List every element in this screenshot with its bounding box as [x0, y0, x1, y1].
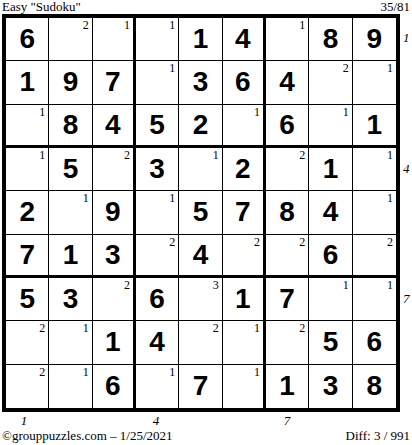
- pencil-mark: 1: [39, 105, 45, 119]
- given-digit: 5: [6, 278, 48, 320]
- given-digit: 1: [309, 148, 351, 190]
- given-digit: 7: [223, 191, 263, 233]
- cell-r7c5[interactable]: 3: [179, 278, 222, 321]
- cell-r3c6[interactable]: 1: [223, 105, 266, 148]
- given-digit: 6: [223, 61, 263, 103]
- cell-r9c1[interactable]: 2: [6, 365, 49, 408]
- given-digit: 9: [49, 61, 91, 103]
- cell-r5c9[interactable]: 1: [353, 191, 396, 234]
- pencil-mark: 1: [387, 61, 393, 75]
- cell-r8c1[interactable]: 2: [6, 321, 49, 364]
- cell-r4c7[interactable]: 2: [266, 148, 309, 191]
- given-digit: 5: [179, 191, 221, 233]
- pencil-mark: 1: [124, 18, 130, 32]
- cell-r9c8[interactable]: 3: [309, 365, 352, 408]
- cell-r3c2[interactable]: 8: [49, 105, 92, 148]
- cell-r3c5[interactable]: 2: [179, 105, 222, 148]
- cell-r1c2[interactable]: 2: [49, 18, 92, 61]
- cell-r7c6[interactable]: 1: [223, 278, 266, 321]
- pencil-mark: 2: [169, 235, 175, 249]
- pencil-mark: 1: [213, 148, 219, 162]
- cell-r3c4[interactable]: 5: [136, 105, 179, 148]
- given-digit: 7: [179, 365, 221, 408]
- cell-r6c5[interactable]: 4: [179, 235, 222, 278]
- cell-r5c5[interactable]: 5: [179, 191, 222, 234]
- cell-r8c9[interactable]: 6: [353, 321, 396, 364]
- pencil-mark: 2: [39, 321, 45, 335]
- pencil-mark: 1: [169, 191, 175, 205]
- given-digit: 6: [309, 235, 351, 275]
- given-digit: 8: [309, 18, 351, 60]
- given-digit: 8: [353, 365, 396, 408]
- cell-r5c2[interactable]: 1: [49, 191, 92, 234]
- cell-r2c9[interactable]: 1: [353, 61, 396, 104]
- pencil-mark: 2: [387, 235, 393, 249]
- given-digit: 3: [49, 278, 91, 320]
- given-digit: 1: [353, 105, 396, 145]
- cell-r2c4[interactable]: 1: [136, 61, 179, 104]
- cell-r4c6[interactable]: 2: [223, 148, 266, 191]
- given-digit: 5: [309, 321, 351, 363]
- given-digit: 9: [93, 191, 133, 233]
- cell-r6c1[interactable]: 7: [6, 235, 49, 278]
- given-digit: 8: [266, 191, 308, 233]
- cell-r9c2[interactable]: 1: [49, 365, 92, 408]
- row-label-7: 7: [403, 292, 412, 305]
- cell-r2c8[interactable]: 2: [309, 61, 352, 104]
- cell-r4c5[interactable]: 1: [179, 148, 222, 191]
- given-digit: 7: [266, 278, 308, 320]
- cell-r9c4[interactable]: 1: [136, 365, 179, 408]
- given-digit: 3: [136, 148, 178, 190]
- cell-r5c8[interactable]: 4: [309, 191, 352, 234]
- given-digit: 5: [49, 148, 91, 190]
- sudoku-board: 6211141891971364211845216111523122112191…: [2, 14, 400, 412]
- cell-r6c3[interactable]: 3: [93, 235, 136, 278]
- pencil-mark: 2: [124, 278, 130, 292]
- col-label-4: 4: [146, 414, 166, 427]
- cell-r4c2[interactable]: 5: [49, 148, 92, 191]
- pencil-mark: 1: [83, 365, 89, 379]
- cell-r4c3[interactable]: 2: [93, 148, 136, 191]
- given-digit: 6: [136, 278, 178, 320]
- cell-r5c1[interactable]: 2: [6, 191, 49, 234]
- given-digit: 7: [93, 61, 133, 103]
- pencil-mark: 2: [299, 321, 305, 335]
- cell-r5c3[interactable]: 9: [93, 191, 136, 234]
- cell-r7c1[interactable]: 5: [6, 278, 49, 321]
- pencil-mark: 2: [299, 148, 305, 162]
- cell-r8c8[interactable]: 5: [309, 321, 352, 364]
- col-label-7: 7: [277, 414, 297, 427]
- cell-r8c2[interactable]: 1: [49, 321, 92, 364]
- pencil-mark: 1: [39, 148, 45, 162]
- given-digit: 1: [93, 321, 133, 363]
- cell-r6c7[interactable]: 2: [266, 235, 309, 278]
- cell-r2c5[interactable]: 3: [179, 61, 222, 104]
- row-label-1: 1: [403, 31, 412, 44]
- given-digit: 6: [266, 105, 308, 145]
- cell-r5c7[interactable]: 8: [266, 191, 309, 234]
- cell-r1c5[interactable]: 1: [179, 18, 222, 61]
- cell-r1c8[interactable]: 8: [309, 18, 352, 61]
- cell-r2c3[interactable]: 7: [93, 61, 136, 104]
- cell-r6c8[interactable]: 6: [309, 235, 352, 278]
- pencil-mark: 1: [343, 278, 349, 292]
- pencil-mark: 1: [387, 278, 393, 292]
- given-digit: 9: [353, 18, 396, 60]
- page-title: Easy "Sudoku": [2, 0, 81, 13]
- cell-r8c3[interactable]: 1: [93, 321, 136, 364]
- given-digit: 1: [179, 18, 221, 60]
- given-digit: 2: [223, 148, 263, 190]
- copyright-date: ©grouppuzzles.com – 1/25/2021: [2, 429, 173, 443]
- cell-r1c6[interactable]: 4: [223, 18, 266, 61]
- pencil-mark: 2: [254, 235, 260, 249]
- cell-r1c9[interactable]: 9: [353, 18, 396, 61]
- cell-r1c4[interactable]: 1: [136, 18, 179, 61]
- given-digit: 5: [136, 105, 178, 145]
- given-digit: 4: [179, 235, 221, 275]
- cell-r8c4[interactable]: 4: [136, 321, 179, 364]
- cell-r7c3[interactable]: 2: [93, 278, 136, 321]
- pencil-mark: 1: [83, 191, 89, 205]
- cell-r3c3[interactable]: 4: [93, 105, 136, 148]
- given-digit: 4: [223, 18, 263, 60]
- given-counter: 35/81: [380, 0, 410, 13]
- cell-r4c9[interactable]: 1: [353, 148, 396, 191]
- given-digit: 1: [6, 61, 48, 103]
- given-digit: 4: [266, 61, 308, 103]
- cell-r3c8[interactable]: 1: [309, 105, 352, 148]
- given-digit: 2: [179, 105, 221, 145]
- cell-r5c4[interactable]: 1: [136, 191, 179, 234]
- cell-r6c6[interactable]: 2: [223, 235, 266, 278]
- given-digit: 3: [179, 61, 221, 103]
- cell-r4c4[interactable]: 3: [136, 148, 179, 191]
- given-digit: 3: [93, 235, 133, 275]
- col-label-1: 1: [14, 414, 34, 427]
- cell-r9c5[interactable]: 7: [179, 365, 222, 408]
- pencil-mark: 1: [387, 191, 393, 205]
- pencil-mark: 1: [169, 18, 175, 32]
- cell-r7c9[interactable]: 1: [353, 278, 396, 321]
- pencil-mark: 1: [83, 321, 89, 335]
- cell-r2c7[interactable]: 4: [266, 61, 309, 104]
- difficulty-rating: Diff: 3 / 991: [346, 429, 410, 443]
- given-digit: 1: [49, 235, 91, 275]
- cell-r2c1[interactable]: 1: [6, 61, 49, 104]
- given-digit: 8: [49, 105, 91, 145]
- cell-r7c2[interactable]: 3: [49, 278, 92, 321]
- cell-r8c7[interactable]: 2: [266, 321, 309, 364]
- cell-r5c6[interactable]: 7: [223, 191, 266, 234]
- cell-r6c4[interactable]: 2: [136, 235, 179, 278]
- given-digit: 6: [6, 18, 48, 60]
- cell-r8c6[interactable]: 1: [223, 321, 266, 364]
- pencil-mark: 1: [343, 105, 349, 119]
- row-label-4: 4: [403, 162, 412, 175]
- cell-r9c3[interactable]: 6: [93, 365, 136, 408]
- cell-r3c1[interactable]: 1: [6, 105, 49, 148]
- given-digit: 1: [223, 278, 263, 320]
- cell-r2c6[interactable]: 6: [223, 61, 266, 104]
- cell-r6c2[interactable]: 1: [49, 235, 92, 278]
- given-digit: 3: [309, 365, 351, 408]
- cell-r1c3[interactable]: 1: [93, 18, 136, 61]
- given-digit: 1: [266, 365, 308, 408]
- cell-r3c7[interactable]: 6: [266, 105, 309, 148]
- pencil-mark: 2: [343, 61, 349, 75]
- cell-r9c6[interactable]: 1: [223, 365, 266, 408]
- cell-r9c7[interactable]: 1: [266, 365, 309, 408]
- cell-r4c1[interactable]: 1: [6, 148, 49, 191]
- cell-r7c7[interactable]: 7: [266, 278, 309, 321]
- pencil-mark: 1: [387, 148, 393, 162]
- cell-r8c5[interactable]: 2: [179, 321, 222, 364]
- cell-r9c9[interactable]: 8: [353, 365, 396, 408]
- pencil-mark: 1: [254, 365, 260, 379]
- pencil-mark: 2: [83, 18, 89, 32]
- given-digit: 2: [6, 191, 48, 233]
- cell-r6c9[interactable]: 2: [353, 235, 396, 278]
- cell-r3c9[interactable]: 1: [353, 105, 396, 148]
- pencil-mark: 1: [254, 105, 260, 119]
- pencil-mark: 1: [254, 321, 260, 335]
- cell-r7c8[interactable]: 1: [309, 278, 352, 321]
- given-digit: 4: [136, 321, 178, 363]
- pencil-mark: 1: [169, 365, 175, 379]
- pencil-mark: 1: [169, 61, 175, 75]
- cell-r7c4[interactable]: 6: [136, 278, 179, 321]
- given-digit: 6: [353, 321, 396, 363]
- given-digit: 7: [6, 235, 48, 275]
- pencil-mark: 2: [39, 365, 45, 379]
- given-digit: 4: [309, 191, 351, 233]
- given-digit: 4: [93, 105, 133, 145]
- pencil-mark: 1: [299, 18, 305, 32]
- given-digit: 6: [93, 365, 133, 408]
- cell-r4c8[interactable]: 1: [309, 148, 352, 191]
- cell-r1c1[interactable]: 6: [6, 18, 49, 61]
- pencil-mark: 2: [124, 148, 130, 162]
- pencil-mark: 2: [213, 321, 219, 335]
- pencil-mark: 3: [213, 278, 219, 292]
- sudoku-page: Easy "Sudoku" 35/81 62111418919713642118…: [0, 0, 412, 445]
- pencil-mark: 2: [299, 235, 305, 249]
- cell-r1c7[interactable]: 1: [266, 18, 309, 61]
- cell-r2c2[interactable]: 9: [49, 61, 92, 104]
